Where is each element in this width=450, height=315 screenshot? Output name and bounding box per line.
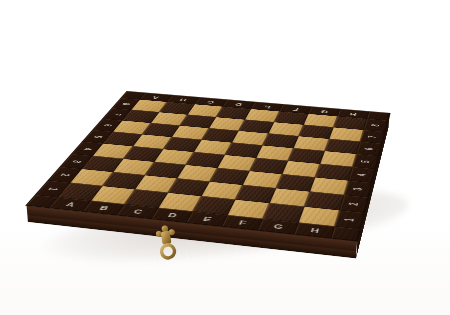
rank-label-3: 3 [71, 160, 83, 163]
rank-label-1: 1 [47, 187, 60, 191]
file-label-c: C [132, 208, 143, 214]
file-label-e: E [202, 216, 212, 222]
brass-clasp [153, 224, 181, 266]
file-label-d: D [167, 212, 178, 218]
rank-label-5: 5 [360, 160, 372, 163]
square-h3[interactable] [315, 164, 352, 181]
rank-label-8: 8 [121, 103, 132, 106]
square-f6[interactable] [269, 122, 304, 136]
file-label-g: G [273, 223, 284, 230]
square-f1[interactable] [235, 185, 276, 203]
file-label-f: F [292, 107, 299, 111]
rank-label-5: 5 [92, 135, 104, 138]
rank-label-2: 2 [59, 173, 72, 176]
file-label-d: D [235, 102, 243, 106]
rank-label-8: 8 [370, 124, 381, 127]
file-label-b: B [179, 98, 188, 102]
file-label-c: C [207, 100, 216, 104]
rank-label-7: 7 [367, 135, 378, 138]
rim-tile: 1 [36, 181, 71, 198]
rank-label-6: 6 [364, 147, 375, 150]
file-label-h: H [310, 227, 320, 234]
rank-label-3: 3 [352, 187, 364, 191]
square-g4[interactable] [288, 148, 325, 164]
square-b4[interactable] [133, 134, 172, 149]
rank-label-7: 7 [112, 113, 123, 116]
rank-label-4: 4 [356, 173, 368, 176]
file-label-b: B [98, 205, 110, 211]
file-label-h: H [350, 112, 358, 116]
file-label-g: G [320, 109, 328, 113]
file-label-e: E [263, 105, 271, 109]
rank-label-4: 4 [82, 147, 94, 150]
file-label-a: A [152, 95, 161, 99]
file-label-a: A [65, 201, 77, 207]
rank-label-1: 1 [343, 218, 356, 222]
rank-label-6: 6 [102, 124, 114, 127]
chess-board: ABCDEFGH8877665544332211ABCDEFGH [27, 91, 390, 241]
board-scene: ABCDEFGH8877665544332211ABCDEFGH [75, 5, 375, 305]
file-label-f: F [238, 220, 247, 226]
chess-set-photo: ABCDEFGH8877665544332211ABCDEFGH [0, 0, 450, 315]
square-h5[interactable] [325, 139, 360, 154]
rank-label-2: 2 [348, 202, 361, 206]
